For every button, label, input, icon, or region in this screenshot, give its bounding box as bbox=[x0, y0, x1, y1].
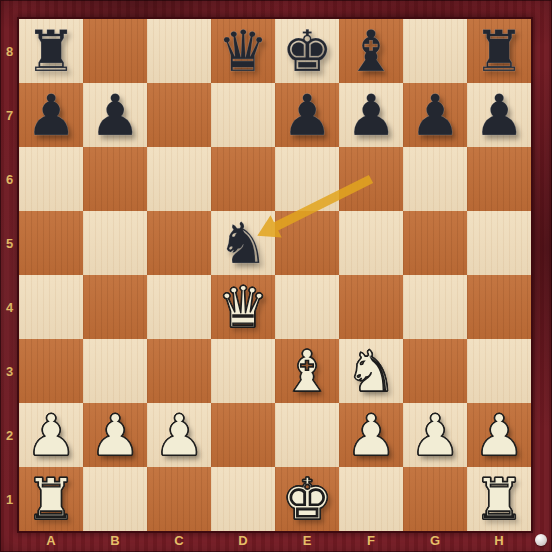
square-d2[interactable] bbox=[211, 403, 275, 467]
square-c5[interactable] bbox=[147, 211, 211, 275]
piece-black-pawn[interactable]: ♟ bbox=[275, 83, 339, 147]
square-b6[interactable] bbox=[83, 147, 147, 211]
square-b3[interactable] bbox=[83, 339, 147, 403]
square-c7[interactable] bbox=[147, 83, 211, 147]
square-g3[interactable] bbox=[403, 339, 467, 403]
piece-white-knight[interactable]: ♞ bbox=[339, 339, 403, 403]
square-g8[interactable] bbox=[403, 19, 467, 83]
square-h6[interactable] bbox=[467, 147, 531, 211]
square-e6[interactable] bbox=[275, 147, 339, 211]
rank-labels: 87654321 bbox=[0, 19, 19, 531]
piece-black-bishop[interactable]: ♝ bbox=[339, 19, 403, 83]
square-e4[interactable] bbox=[275, 275, 339, 339]
square-a1[interactable]: ♜ bbox=[19, 467, 83, 531]
square-e8[interactable]: ♚ bbox=[275, 19, 339, 83]
square-b1[interactable] bbox=[83, 467, 147, 531]
file-label-h: H bbox=[467, 531, 531, 552]
rank-label-4: 4 bbox=[0, 275, 19, 339]
square-g6[interactable] bbox=[403, 147, 467, 211]
square-b2[interactable]: ♟ bbox=[83, 403, 147, 467]
file-labels: ABCDEFGH bbox=[19, 531, 531, 552]
square-f1[interactable] bbox=[339, 467, 403, 531]
square-f8[interactable]: ♝ bbox=[339, 19, 403, 83]
square-a4[interactable] bbox=[19, 275, 83, 339]
piece-white-queen[interactable]: ♛ bbox=[211, 275, 275, 339]
piece-white-pawn[interactable]: ♟ bbox=[83, 403, 147, 467]
piece-black-rook[interactable]: ♜ bbox=[467, 19, 531, 83]
piece-black-knight[interactable]: ♞ bbox=[211, 211, 275, 275]
file-label-a: A bbox=[19, 531, 83, 552]
square-c3[interactable] bbox=[147, 339, 211, 403]
square-f6[interactable] bbox=[339, 147, 403, 211]
square-g2[interactable]: ♟ bbox=[403, 403, 467, 467]
square-d6[interactable] bbox=[211, 147, 275, 211]
square-d4[interactable]: ♛ bbox=[211, 275, 275, 339]
piece-white-pawn[interactable]: ♟ bbox=[339, 403, 403, 467]
square-a5[interactable] bbox=[19, 211, 83, 275]
piece-white-bishop[interactable]: ♝ bbox=[275, 339, 339, 403]
piece-white-king[interactable]: ♚ bbox=[275, 467, 339, 531]
piece-black-pawn[interactable]: ♟ bbox=[467, 83, 531, 147]
piece-white-rook[interactable]: ♜ bbox=[19, 467, 83, 531]
piece-black-queen[interactable]: ♛ bbox=[211, 19, 275, 83]
piece-white-pawn[interactable]: ♟ bbox=[19, 403, 83, 467]
square-b4[interactable] bbox=[83, 275, 147, 339]
piece-black-king[interactable]: ♚ bbox=[275, 19, 339, 83]
file-label-g: G bbox=[403, 531, 467, 552]
piece-black-pawn[interactable]: ♟ bbox=[19, 83, 83, 147]
square-c2[interactable]: ♟ bbox=[147, 403, 211, 467]
square-f7[interactable]: ♟ bbox=[339, 83, 403, 147]
square-d1[interactable] bbox=[211, 467, 275, 531]
square-c4[interactable] bbox=[147, 275, 211, 339]
square-a6[interactable] bbox=[19, 147, 83, 211]
square-d3[interactable] bbox=[211, 339, 275, 403]
square-a3[interactable] bbox=[19, 339, 83, 403]
file-label-c: C bbox=[147, 531, 211, 552]
rank-label-5: 5 bbox=[0, 211, 19, 275]
square-f4[interactable] bbox=[339, 275, 403, 339]
square-d5[interactable]: ♞ bbox=[211, 211, 275, 275]
square-a8[interactable]: ♜ bbox=[19, 19, 83, 83]
square-h2[interactable]: ♟ bbox=[467, 403, 531, 467]
file-label-d: D bbox=[211, 531, 275, 552]
square-h8[interactable]: ♜ bbox=[467, 19, 531, 83]
chess-board[interactable]: ♜♛♚♝♜♟♟♟♟♟♟♞♛♝♞♟♟♟♟♟♟♜♚♜ bbox=[19, 19, 531, 531]
piece-white-pawn[interactable]: ♟ bbox=[403, 403, 467, 467]
square-a2[interactable]: ♟ bbox=[19, 403, 83, 467]
piece-black-pawn[interactable]: ♟ bbox=[83, 83, 147, 147]
rank-label-6: 6 bbox=[0, 147, 19, 211]
square-e2[interactable] bbox=[275, 403, 339, 467]
rank-label-1: 1 bbox=[0, 467, 19, 531]
rank-label-2: 2 bbox=[0, 403, 19, 467]
square-c6[interactable] bbox=[147, 147, 211, 211]
square-g4[interactable] bbox=[403, 275, 467, 339]
square-c1[interactable] bbox=[147, 467, 211, 531]
square-h3[interactable] bbox=[467, 339, 531, 403]
rank-label-7: 7 bbox=[0, 83, 19, 147]
square-a7[interactable]: ♟ bbox=[19, 83, 83, 147]
chessboard-frame: 87654321 ♜♛♚♝♜♟♟♟♟♟♟♞♛♝♞♟♟♟♟♟♟♜♚♜ ABCDEF… bbox=[0, 0, 552, 552]
file-label-e: E bbox=[275, 531, 339, 552]
piece-white-rook[interactable]: ♜ bbox=[467, 467, 531, 531]
square-g1[interactable] bbox=[403, 467, 467, 531]
square-e3[interactable]: ♝ bbox=[275, 339, 339, 403]
square-b8[interactable] bbox=[83, 19, 147, 83]
rank-label-3: 3 bbox=[0, 339, 19, 403]
square-d7[interactable] bbox=[211, 83, 275, 147]
rank-label-8: 8 bbox=[0, 19, 19, 83]
square-f2[interactable]: ♟ bbox=[339, 403, 403, 467]
square-f5[interactable] bbox=[339, 211, 403, 275]
square-e1[interactable]: ♚ bbox=[275, 467, 339, 531]
file-label-b: B bbox=[83, 531, 147, 552]
square-h7[interactable]: ♟ bbox=[467, 83, 531, 147]
square-e5[interactable] bbox=[275, 211, 339, 275]
square-b5[interactable] bbox=[83, 211, 147, 275]
piece-white-pawn[interactable]: ♟ bbox=[147, 403, 211, 467]
piece-black-pawn[interactable]: ♟ bbox=[339, 83, 403, 147]
corner-dot bbox=[535, 534, 547, 546]
square-b7[interactable]: ♟ bbox=[83, 83, 147, 147]
piece-white-pawn[interactable]: ♟ bbox=[467, 403, 531, 467]
square-g7[interactable]: ♟ bbox=[403, 83, 467, 147]
square-f3[interactable]: ♞ bbox=[339, 339, 403, 403]
square-e7[interactable]: ♟ bbox=[275, 83, 339, 147]
square-h5[interactable] bbox=[467, 211, 531, 275]
square-g5[interactable] bbox=[403, 211, 467, 275]
file-label-f: F bbox=[339, 531, 403, 552]
square-h4[interactable] bbox=[467, 275, 531, 339]
square-h1[interactable]: ♜ bbox=[467, 467, 531, 531]
square-d8[interactable]: ♛ bbox=[211, 19, 275, 83]
piece-black-rook[interactable]: ♜ bbox=[19, 19, 83, 83]
square-c8[interactable] bbox=[147, 19, 211, 83]
piece-black-pawn[interactable]: ♟ bbox=[403, 83, 467, 147]
